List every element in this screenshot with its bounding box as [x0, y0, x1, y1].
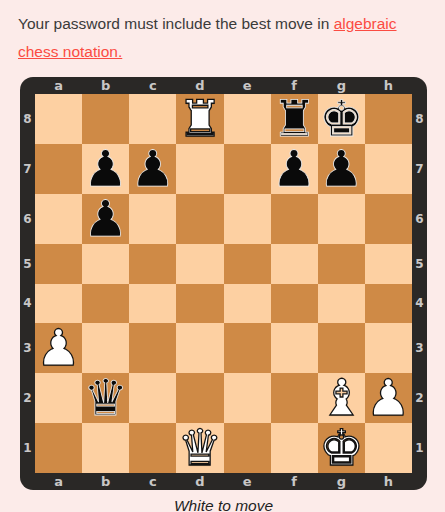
rank-label-7: 7 — [20, 144, 35, 194]
square-h7[interactable] — [365, 144, 412, 194]
square-d3[interactable] — [176, 323, 223, 373]
file-label-c: c — [129, 77, 176, 94]
square-a2[interactable] — [35, 373, 82, 423]
frame-corner — [20, 473, 35, 490]
rank-label-2: 2 — [412, 373, 427, 423]
rank-label-5: 5 — [20, 244, 35, 284]
square-f1[interactable] — [271, 423, 318, 473]
square-g1[interactable]: ♚ — [318, 423, 365, 473]
square-c5[interactable] — [129, 244, 176, 284]
square-e8[interactable] — [224, 94, 271, 144]
black-pawn[interactable]: ♟ — [83, 144, 128, 194]
file-label-e: e — [224, 473, 271, 490]
square-e6[interactable] — [224, 194, 271, 244]
square-c2[interactable] — [129, 373, 176, 423]
rank-label-3: 3 — [20, 323, 35, 373]
rank-label-4: 4 — [412, 284, 427, 324]
square-b5[interactable] — [82, 244, 129, 284]
square-c8[interactable] — [129, 94, 176, 144]
square-g7[interactable]: ♟ — [318, 144, 365, 194]
square-d1[interactable]: ♛ — [176, 423, 223, 473]
square-c6[interactable] — [129, 194, 176, 244]
square-g6[interactable] — [318, 194, 365, 244]
file-label-h: h — [365, 77, 412, 94]
black-pawn[interactable]: ♟ — [319, 144, 364, 194]
square-a5[interactable] — [35, 244, 82, 284]
square-b4[interactable] — [82, 284, 129, 324]
rank-label-6: 6 — [20, 194, 35, 244]
square-a8[interactable] — [35, 94, 82, 144]
rank-label-8: 8 — [20, 94, 35, 144]
page: Your password must include the best move… — [0, 0, 445, 512]
black-king[interactable]: ♚ — [319, 94, 364, 144]
rank-label-3: 3 — [412, 323, 427, 373]
square-c1[interactable] — [129, 423, 176, 473]
black-pawn[interactable]: ♟ — [272, 144, 317, 194]
square-f2[interactable] — [271, 373, 318, 423]
square-e3[interactable] — [224, 323, 271, 373]
frame-corner — [20, 77, 35, 94]
square-c4[interactable] — [129, 284, 176, 324]
square-g5[interactable] — [318, 244, 365, 284]
black-queen[interactable]: ♛ — [83, 373, 128, 423]
rank-label-6: 6 — [412, 194, 427, 244]
square-g4[interactable] — [318, 284, 365, 324]
square-d2[interactable] — [176, 373, 223, 423]
white-rook[interactable]: ♜ — [178, 94, 223, 144]
white-king[interactable]: ♚ — [319, 423, 364, 473]
rank-label-7: 7 — [412, 144, 427, 194]
black-pawn[interactable]: ♟ — [83, 194, 128, 244]
square-h4[interactable] — [365, 284, 412, 324]
square-f7[interactable]: ♟ — [271, 144, 318, 194]
square-d8[interactable]: ♜ — [176, 94, 223, 144]
white-queen[interactable]: ♛ — [178, 423, 223, 473]
square-d6[interactable] — [176, 194, 223, 244]
square-e1[interactable] — [224, 423, 271, 473]
black-rook[interactable]: ♜ — [272, 94, 317, 144]
square-h3[interactable] — [365, 323, 412, 373]
square-f6[interactable] — [271, 194, 318, 244]
password-rule-text: Your password must include the best move… — [0, 0, 445, 66]
square-g8[interactable]: ♚ — [318, 94, 365, 144]
square-b8[interactable] — [82, 94, 129, 144]
square-h1[interactable] — [365, 423, 412, 473]
rank-label-1: 1 — [20, 423, 35, 473]
square-f5[interactable] — [271, 244, 318, 284]
square-c3[interactable] — [129, 323, 176, 373]
square-g2[interactable]: ♝ — [318, 373, 365, 423]
square-h8[interactable] — [365, 94, 412, 144]
square-a1[interactable] — [35, 423, 82, 473]
square-a7[interactable] — [35, 144, 82, 194]
black-pawn[interactable]: ♟ — [130, 144, 175, 194]
square-h6[interactable] — [365, 194, 412, 244]
frame-corner — [412, 77, 427, 94]
square-f8[interactable]: ♜ — [271, 94, 318, 144]
file-label-b: b — [82, 473, 129, 490]
square-b1[interactable] — [82, 423, 129, 473]
rule-text: Your password must include the best move… — [18, 15, 334, 32]
white-pawn[interactable]: ♟ — [366, 373, 411, 423]
file-label-g: g — [318, 473, 365, 490]
file-label-a: a — [35, 77, 82, 94]
square-b6[interactable]: ♟ — [82, 194, 129, 244]
square-a3[interactable]: ♟ — [35, 323, 82, 373]
square-d5[interactable] — [176, 244, 223, 284]
rank-label-2: 2 — [20, 373, 35, 423]
rank-label-5: 5 — [412, 244, 427, 284]
file-label-h: h — [365, 473, 412, 490]
square-e4[interactable] — [224, 284, 271, 324]
file-label-f: f — [271, 473, 318, 490]
rank-label-4: 4 — [20, 284, 35, 324]
file-label-d: d — [176, 473, 223, 490]
rank-label-1: 1 — [412, 423, 427, 473]
square-e5[interactable] — [224, 244, 271, 284]
rank-label-8: 8 — [412, 94, 427, 144]
square-e2[interactable] — [224, 373, 271, 423]
square-f4[interactable] — [271, 284, 318, 324]
square-f3[interactable] — [271, 323, 318, 373]
board-frame: abcdefgh8♜♜♚87♟♟♟♟76♟655443♟32♛♝♟21♛♚1ab… — [20, 77, 427, 490]
square-b3[interactable] — [82, 323, 129, 373]
file-label-b: b — [82, 77, 129, 94]
square-b7[interactable]: ♟ — [82, 144, 129, 194]
square-e7[interactable] — [224, 144, 271, 194]
side-to-move-status: White to move — [20, 497, 427, 512]
file-label-a: a — [35, 473, 82, 490]
frame-corner — [412, 473, 427, 490]
white-bishop[interactable]: ♝ — [319, 373, 364, 423]
file-label-c: c — [129, 473, 176, 490]
square-d7[interactable] — [176, 144, 223, 194]
square-a6[interactable] — [35, 194, 82, 244]
square-h5[interactable] — [365, 244, 412, 284]
white-pawn[interactable]: ♟ — [36, 323, 81, 373]
square-c7[interactable]: ♟ — [129, 144, 176, 194]
square-h2[interactable]: ♟ — [365, 373, 412, 423]
square-g3[interactable] — [318, 323, 365, 373]
square-d4[interactable] — [176, 284, 223, 324]
square-b2[interactable]: ♛ — [82, 373, 129, 423]
square-a4[interactable] — [35, 284, 82, 324]
file-label-e: e — [224, 77, 271, 94]
